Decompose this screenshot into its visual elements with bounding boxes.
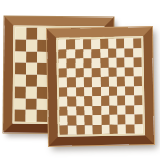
board-square (37, 75, 48, 87)
board-square (68, 106, 76, 116)
board-square (101, 105, 109, 115)
board-square (75, 39, 83, 49)
board-square (126, 95, 134, 105)
board-square (133, 57, 141, 67)
board-square (60, 125, 68, 135)
board-square (109, 124, 117, 134)
board-square (109, 115, 117, 125)
board-square (134, 114, 142, 124)
board-square (125, 67, 133, 77)
board-square (83, 39, 91, 49)
board-square (134, 76, 142, 86)
board-square (101, 96, 109, 106)
board-square (75, 77, 83, 87)
board-square (116, 39, 124, 49)
board-square (91, 39, 99, 49)
board-square (133, 67, 141, 77)
board-square (133, 48, 141, 58)
board-square (59, 59, 67, 69)
board-square (26, 51, 37, 63)
board-square (59, 78, 67, 88)
board-square (134, 95, 142, 105)
product-photo-background (0, 0, 160, 160)
board-square (126, 124, 134, 134)
board-square (67, 58, 75, 68)
board-square (59, 68, 67, 78)
board-square (58, 49, 66, 59)
board-square (59, 106, 67, 116)
board-square (76, 115, 84, 125)
board-square (100, 39, 108, 49)
board-square (125, 38, 133, 48)
board-square (15, 39, 26, 51)
board-square (125, 86, 133, 96)
board-square (26, 39, 37, 51)
board-square (76, 87, 84, 97)
board-square (109, 96, 117, 106)
board-square (26, 98, 37, 110)
board-square (75, 68, 83, 78)
board-square (76, 125, 84, 135)
board-square (26, 28, 37, 40)
board-square (67, 68, 75, 78)
board-square (15, 75, 26, 87)
board-square (75, 58, 83, 68)
draughts-board (47, 27, 154, 146)
board-square (134, 86, 142, 96)
board-square (60, 116, 68, 126)
board-square (117, 96, 125, 106)
board-square (84, 87, 92, 97)
board-square (125, 76, 133, 86)
board-square (84, 106, 92, 116)
board-square (109, 77, 117, 87)
board-square (83, 49, 91, 59)
board-square (59, 97, 67, 107)
board-square (37, 87, 48, 99)
board-square (84, 68, 92, 78)
board-square (117, 58, 125, 68)
board-square (67, 49, 75, 59)
board-square (66, 39, 74, 49)
board-square (134, 124, 142, 134)
board-square (15, 63, 26, 75)
board-square (36, 98, 47, 110)
board-square (67, 96, 75, 106)
board-square (92, 58, 100, 68)
board-square (100, 77, 108, 87)
board-square (101, 86, 109, 96)
board-square (109, 86, 117, 96)
board-square (37, 51, 48, 63)
board-square (101, 124, 109, 134)
board-square (76, 106, 84, 116)
board-square (68, 125, 76, 135)
board-square (117, 86, 125, 96)
board-square (93, 124, 101, 134)
board-square (108, 58, 116, 68)
board-square (109, 105, 117, 115)
board-square (76, 96, 84, 106)
board-square (126, 114, 134, 124)
board-square (26, 75, 37, 87)
board-square (100, 67, 108, 77)
board-square (26, 86, 37, 98)
board-square (67, 87, 75, 97)
board-square (37, 63, 48, 75)
board-square (36, 110, 47, 122)
board-square (85, 125, 93, 135)
board-square (133, 38, 141, 48)
board-square (92, 87, 100, 97)
board-square (25, 110, 36, 122)
board-square (117, 77, 125, 87)
board-square (134, 105, 142, 115)
board-square (100, 58, 108, 68)
board-square (118, 115, 126, 125)
board-square (75, 49, 83, 59)
board-square (101, 115, 109, 125)
board-square (15, 86, 26, 98)
board-square (117, 67, 125, 77)
board-square (93, 115, 101, 125)
board-square (93, 105, 101, 115)
board-square (58, 40, 66, 50)
board-square (125, 48, 133, 58)
board-square (92, 96, 100, 106)
board-square (15, 28, 26, 40)
draughts-board-inlay-line (56, 36, 145, 137)
board-square (59, 87, 67, 97)
board-square (84, 115, 92, 125)
board-square (108, 67, 116, 77)
board-square (108, 39, 116, 49)
board-square (83, 58, 91, 68)
board-square (15, 98, 26, 110)
board-square (100, 48, 108, 58)
board-square (125, 57, 133, 67)
board-square (26, 63, 37, 75)
board-square (118, 124, 126, 134)
board-square (68, 115, 76, 125)
board-square (84, 77, 92, 87)
draughts-board-grid (58, 38, 143, 134)
board-square (117, 105, 125, 115)
board-square (92, 68, 100, 78)
board-square (92, 49, 100, 59)
board-square (84, 96, 92, 106)
board-square (67, 77, 75, 87)
board-square (116, 48, 124, 58)
board-square (15, 110, 26, 122)
board-square (15, 51, 26, 63)
board-square (126, 105, 134, 115)
board-square (108, 48, 116, 58)
board-square (92, 77, 100, 87)
